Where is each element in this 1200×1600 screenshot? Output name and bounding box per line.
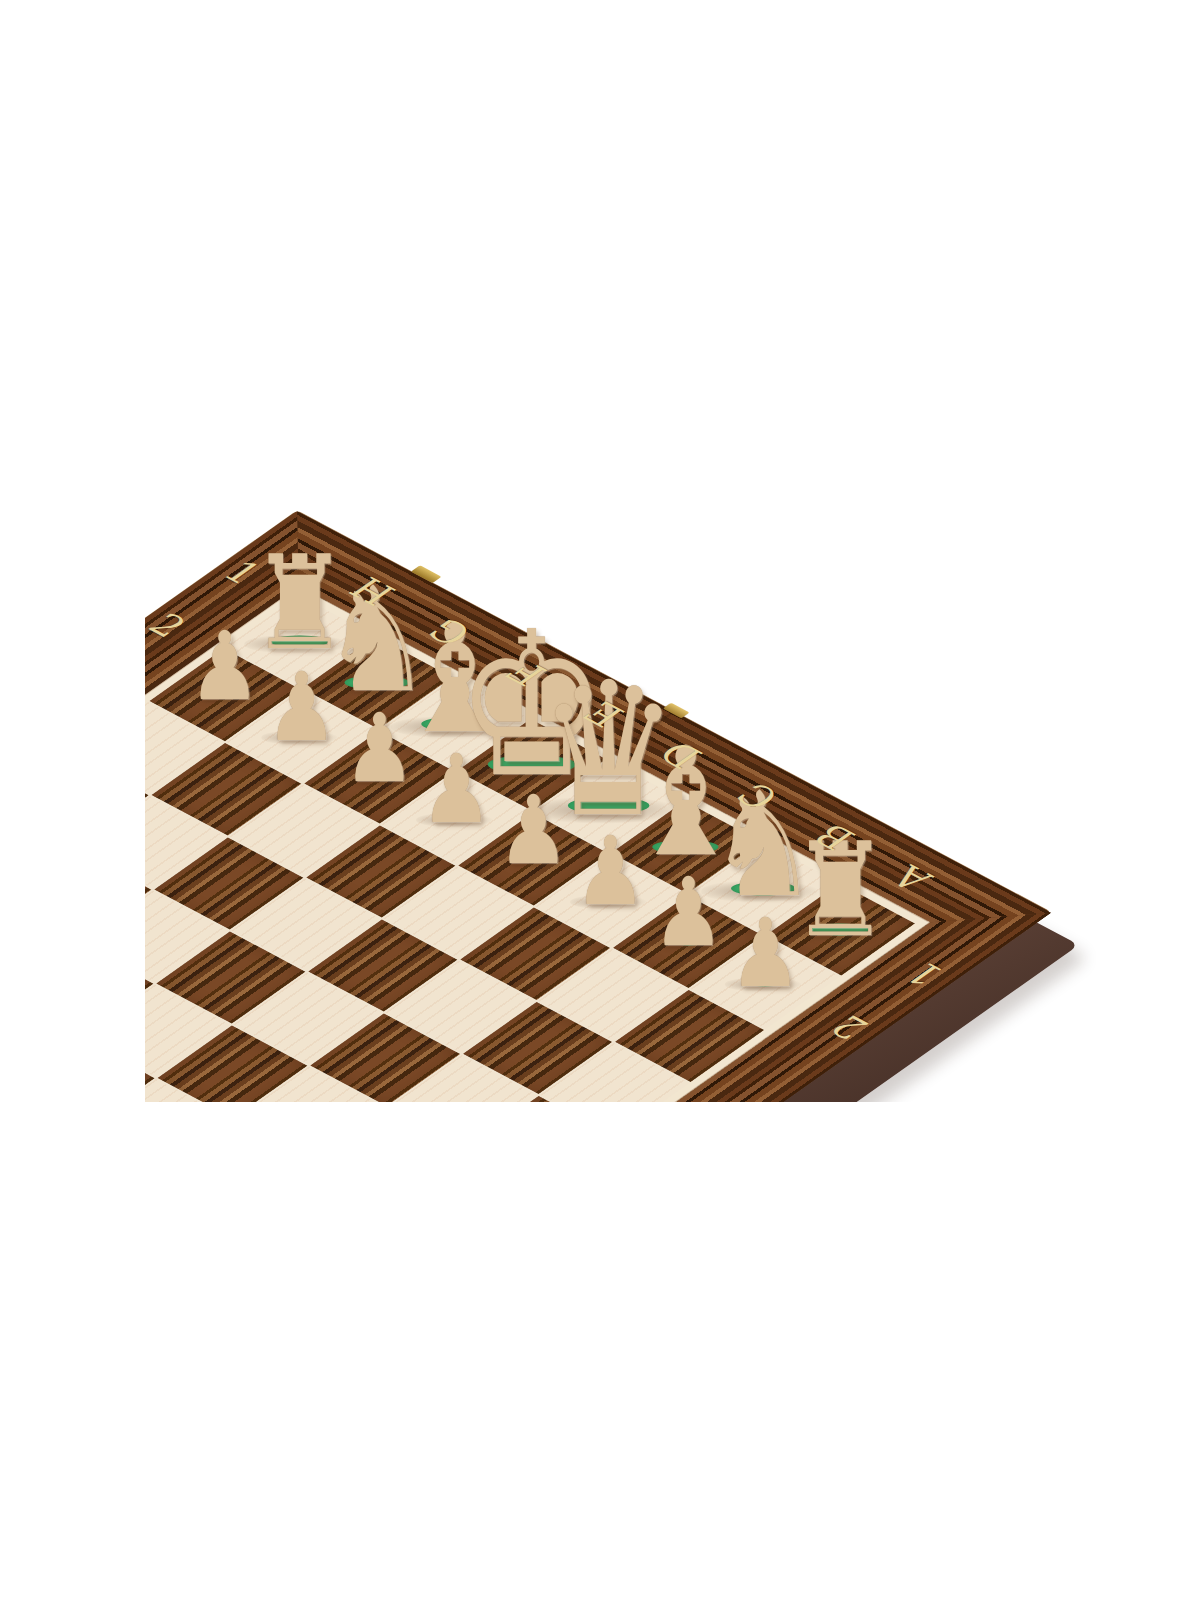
photo-crop: ♜♞♝♚♛♝♞♜♟♟♟♟♟♟♟♟ HGFEDCBA1212 bbox=[145, 0, 1200, 1102]
piece-white-pawn-b2[interactable]: ♟ bbox=[652, 865, 724, 960]
pawn-glyph: ♟ bbox=[420, 734, 492, 844]
pawn-glyph: ♟ bbox=[729, 899, 801, 1009]
piece-white-pawn-f2[interactable]: ♟ bbox=[343, 701, 415, 796]
pawn-glyph: ♟ bbox=[652, 857, 724, 967]
product-photo: ♜♞♝♚♛♝♞♜♟♟♟♟♟♟♟♟ HGFEDCBA1212 bbox=[0, 0, 1200, 1600]
board-face: ♜♞♝♚♛♝♞♜♟♟♟♟♟♟♟♟ HGFEDCBA1212 bbox=[145, 510, 1052, 1102]
pawn-glyph: ♟ bbox=[343, 693, 415, 803]
chessboard: ♜♞♝♚♛♝♞♜♟♟♟♟♟♟♟♟ HGFEDCBA1212 bbox=[145, 510, 1052, 1102]
pawn-glyph: ♟ bbox=[574, 816, 646, 926]
piece-white-pawn-e2[interactable]: ♟ bbox=[420, 742, 492, 837]
piece-white-pawn-g2[interactable]: ♟ bbox=[266, 660, 338, 755]
piece-white-pawn-a2[interactable]: ♟ bbox=[729, 907, 801, 1002]
piece-white-pawn-c2[interactable]: ♟ bbox=[574, 824, 646, 919]
pawn-glyph: ♟ bbox=[497, 775, 569, 885]
pawn-glyph: ♟ bbox=[266, 652, 338, 762]
piece-white-pawn-d2[interactable]: ♟ bbox=[497, 783, 569, 878]
